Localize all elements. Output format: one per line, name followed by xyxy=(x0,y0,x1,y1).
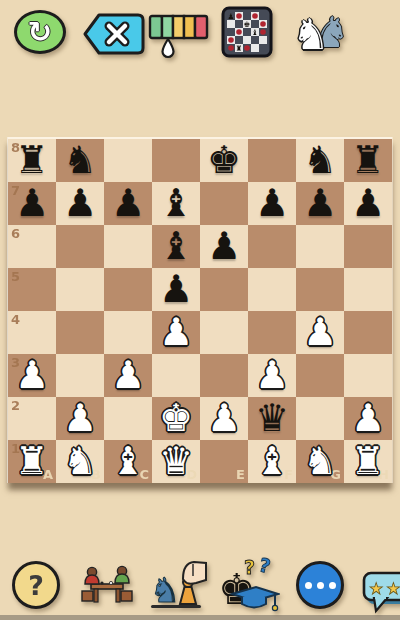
svg-text:?: ? xyxy=(257,556,273,577)
rank-label: 3 xyxy=(11,355,20,370)
hand-moving-piece-icon: ♞ xyxy=(149,558,207,610)
file-label: D xyxy=(186,467,197,482)
square-b5[interactable] xyxy=(56,268,104,311)
square-d1[interactable]: D♛ xyxy=(152,440,200,483)
square-d3[interactable] xyxy=(152,354,200,397)
square-c7[interactable]: ♟ xyxy=(104,182,152,225)
square-a7[interactable]: 7♟ xyxy=(8,182,56,225)
square-g8[interactable]: ♞ xyxy=(296,139,344,182)
white-king-piece: ♚ xyxy=(152,397,200,440)
svg-text:♝: ♝ xyxy=(252,28,259,37)
square-g5[interactable] xyxy=(296,268,344,311)
square-g1[interactable]: G♞ xyxy=(296,440,344,483)
square-h6[interactable] xyxy=(344,225,392,268)
file-label: B xyxy=(91,467,101,482)
square-b1[interactable]: B♞ xyxy=(56,440,104,483)
chess-board[interactable]: 8♜♞♚♞♜7♟♟♟♝♟♟♟6♝♟5♟4♟♟3♟♟♟2♟♚♟♛♟1A♜B♞C♝D… xyxy=(8,137,392,483)
black-bishop-piece: ♝ xyxy=(152,182,200,225)
square-e7[interactable] xyxy=(200,182,248,225)
square-a8[interactable]: 8♜ xyxy=(8,139,56,182)
file-label: G xyxy=(330,467,341,482)
square-f4[interactable] xyxy=(248,311,296,354)
square-h3[interactable] xyxy=(344,354,392,397)
ellipsis-icon xyxy=(305,582,312,589)
square-h5[interactable] xyxy=(344,268,392,311)
square-a1[interactable]: 1A♜ xyxy=(8,440,56,483)
white-pawn-piece: ♟ xyxy=(200,397,248,440)
king-graduation-cap-icon: ♚ ? ? xyxy=(218,556,280,614)
square-d5[interactable]: ♟ xyxy=(152,268,200,311)
ellipsis-icon xyxy=(317,582,324,589)
evaluation-meter-button[interactable] xyxy=(148,13,210,63)
square-a4[interactable]: 4 xyxy=(8,311,56,354)
rate-button[interactable]: ★★★ xyxy=(362,567,400,619)
square-c8[interactable] xyxy=(104,139,152,182)
square-d2[interactable]: ♚ xyxy=(152,397,200,440)
circular-arrow-icon: ↻ xyxy=(28,18,52,47)
square-e8[interactable]: ♚ xyxy=(200,139,248,182)
square-h1[interactable]: H♜ xyxy=(344,440,392,483)
white-pawn-piece: ♟ xyxy=(344,397,392,440)
square-f6[interactable] xyxy=(248,225,296,268)
square-g2[interactable] xyxy=(296,397,344,440)
question-mark-icon: ? xyxy=(28,572,44,599)
square-a2[interactable]: 2 xyxy=(8,397,56,440)
square-f8[interactable] xyxy=(248,139,296,182)
square-c5[interactable] xyxy=(104,268,152,311)
square-e4[interactable] xyxy=(200,311,248,354)
rank-label: 4 xyxy=(11,312,20,327)
white-pawn-piece: ♟ xyxy=(56,397,104,440)
board-style-button[interactable]: ♟♚♝♜ xyxy=(221,6,273,62)
square-h8[interactable]: ♜ xyxy=(344,139,392,182)
square-g7[interactable]: ♟ xyxy=(296,182,344,225)
square-c2[interactable] xyxy=(104,397,152,440)
black-pawn-piece: ♟ xyxy=(296,182,344,225)
black-pawn-piece: ♟ xyxy=(344,182,392,225)
black-pawn-piece: ♟ xyxy=(56,182,104,225)
square-a6[interactable]: 6 xyxy=(8,225,56,268)
black-pawn-piece: ♟ xyxy=(152,268,200,311)
svg-text:♜: ♜ xyxy=(236,44,243,53)
black-bishop-piece: ♝ xyxy=(152,225,200,268)
square-e1[interactable]: E xyxy=(200,440,248,483)
backspace-x-icon xyxy=(82,12,146,56)
square-b7[interactable]: ♟ xyxy=(56,182,104,225)
square-g3[interactable] xyxy=(296,354,344,397)
black-knight-piece: ♞ xyxy=(296,139,344,182)
svg-text:♚: ♚ xyxy=(244,20,251,29)
black-pawn-piece: ♟ xyxy=(248,182,296,225)
file-label: F xyxy=(284,467,293,482)
square-h7[interactable]: ♟ xyxy=(344,182,392,225)
svg-text:♞: ♞ xyxy=(150,570,180,610)
learn-hint-button[interactable]: ♚ ? ? xyxy=(218,556,280,618)
rank-label: 6 xyxy=(11,226,20,241)
black-queen-piece: ♛ xyxy=(248,397,296,440)
colored-bar-droplet-icon xyxy=(148,13,210,59)
black-pawn-piece: ♟ xyxy=(200,225,248,268)
square-d4[interactable]: ♟ xyxy=(152,311,200,354)
square-d7[interactable]: ♝ xyxy=(152,182,200,225)
file-label: E xyxy=(236,467,245,482)
square-g6[interactable] xyxy=(296,225,344,268)
rank-label: 2 xyxy=(11,398,20,413)
file-label: C xyxy=(139,467,149,482)
square-e2[interactable]: ♟ xyxy=(200,397,248,440)
square-b4[interactable] xyxy=(56,311,104,354)
svg-text:?: ? xyxy=(244,556,255,578)
chat-button[interactable] xyxy=(296,561,344,609)
rank-label: 8 xyxy=(11,140,20,155)
square-c6[interactable] xyxy=(104,225,152,268)
square-h4[interactable] xyxy=(344,311,392,354)
black-pawn-piece: ♟ xyxy=(104,182,152,225)
undo-move-button[interactable] xyxy=(82,12,146,60)
piece-set-button[interactable]: ♞ ♞ xyxy=(292,6,354,58)
square-b2[interactable]: ♟ xyxy=(56,397,104,440)
white-knight-icon: ♞ xyxy=(292,14,330,56)
file-label: A xyxy=(43,467,53,482)
bottom-shade xyxy=(0,615,400,620)
square-b6[interactable] xyxy=(56,225,104,268)
black-knight-piece: ♞ xyxy=(56,139,104,182)
new-game-button[interactable]: ↻ xyxy=(14,10,66,54)
stars-bubble-icon: ★★★ xyxy=(362,567,400,615)
white-pawn-piece: ♟ xyxy=(296,311,344,354)
file-label: H xyxy=(378,467,389,482)
rank-label: 5 xyxy=(11,269,20,284)
white-pawn-piece: ♟ xyxy=(152,311,200,354)
square-f2[interactable]: ♛ xyxy=(248,397,296,440)
move-piece-button[interactable]: ♞ xyxy=(149,558,207,614)
square-c4[interactable] xyxy=(104,311,152,354)
square-c1[interactable]: C♝ xyxy=(104,440,152,483)
square-f3[interactable]: ♟ xyxy=(248,354,296,397)
square-e6[interactable]: ♟ xyxy=(200,225,248,268)
square-f5[interactable] xyxy=(248,268,296,311)
square-g4[interactable]: ♟ xyxy=(296,311,344,354)
square-f7[interactable]: ♟ xyxy=(248,182,296,225)
square-h2[interactable]: ♟ xyxy=(344,397,392,440)
square-a5[interactable]: 5 xyxy=(8,268,56,311)
square-b3[interactable] xyxy=(56,354,104,397)
black-rook-piece: ♜ xyxy=(344,139,392,182)
rank-label: 1 xyxy=(11,441,20,456)
square-b8[interactable]: ♞ xyxy=(56,139,104,182)
rank-label: 7 xyxy=(11,183,20,198)
square-d8[interactable] xyxy=(152,139,200,182)
help-button[interactable]: ? xyxy=(12,561,60,609)
square-f1[interactable]: F♝ xyxy=(248,440,296,483)
square-d6[interactable]: ♝ xyxy=(152,225,200,268)
svg-text:★★★: ★★★ xyxy=(369,579,400,598)
svg-text:♟: ♟ xyxy=(228,12,235,21)
white-pawn-piece: ♟ xyxy=(248,354,296,397)
ellipsis-icon xyxy=(329,582,336,589)
square-e5[interactable] xyxy=(200,268,248,311)
square-a3[interactable]: 3♟ xyxy=(8,354,56,397)
black-king-piece: ♚ xyxy=(200,139,248,182)
mini-chessboard-icon: ♟♚♝♜ xyxy=(221,6,273,58)
play-friend-button[interactable] xyxy=(79,563,135,613)
square-c3[interactable]: ♟ xyxy=(104,354,152,397)
square-e3[interactable] xyxy=(200,354,248,397)
white-pawn-piece: ♟ xyxy=(104,354,152,397)
two-players-table-icon xyxy=(79,563,135,609)
